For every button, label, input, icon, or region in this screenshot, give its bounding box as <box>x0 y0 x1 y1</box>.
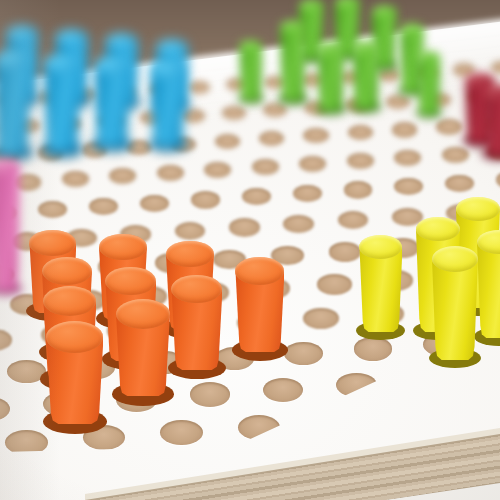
peg-green[interactable] <box>350 41 381 115</box>
peg-top <box>432 246 478 272</box>
peg-top <box>400 23 424 36</box>
peg-blue[interactable] <box>41 54 84 161</box>
peg-red[interactable] <box>482 85 500 163</box>
peg-top <box>6 25 38 43</box>
peg-top <box>43 286 96 316</box>
peg-body <box>417 57 440 114</box>
peg-blue[interactable] <box>91 56 133 155</box>
peg-green[interactable] <box>278 20 308 107</box>
peg-blue[interactable] <box>148 60 189 155</box>
peg-top <box>94 56 130 76</box>
peg-green[interactable] <box>238 40 265 106</box>
peg-top <box>99 234 147 261</box>
peg-body <box>432 259 478 360</box>
peg-top <box>317 42 344 57</box>
peg-body <box>317 50 344 110</box>
peg-body <box>484 93 500 155</box>
peg-yellow[interactable] <box>428 246 481 372</box>
peg-green[interactable] <box>315 42 346 117</box>
peg-top <box>46 321 103 353</box>
peg-orange[interactable] <box>42 321 108 439</box>
peg-top <box>116 299 170 329</box>
peg-body <box>150 70 185 146</box>
peg-top <box>416 217 460 242</box>
peg-body <box>239 46 262 100</box>
peg-orange[interactable] <box>112 299 175 410</box>
peg-top <box>235 257 284 284</box>
peg-top <box>352 41 379 56</box>
peg-top <box>166 241 214 268</box>
peg-body <box>94 66 130 146</box>
peg-body <box>0 60 31 154</box>
pegs-layer <box>0 0 500 500</box>
peg-yellow[interactable] <box>356 235 406 343</box>
peg-blue[interactable] <box>0 50 33 164</box>
chinese-checkers-photo <box>0 0 500 500</box>
peg-pink[interactable] <box>0 159 22 298</box>
peg-body <box>359 247 402 332</box>
peg-body <box>352 49 379 108</box>
peg-top <box>150 60 185 80</box>
peg-orange[interactable] <box>167 275 226 384</box>
peg-top <box>299 0 324 13</box>
peg-green[interactable] <box>416 51 443 120</box>
peg-top <box>42 257 92 285</box>
peg-top <box>372 5 397 19</box>
peg-top <box>156 39 188 57</box>
peg-body <box>43 64 80 151</box>
peg-top <box>280 20 306 35</box>
peg-body <box>0 167 20 290</box>
peg-body <box>280 27 306 100</box>
peg-orange[interactable] <box>232 257 289 364</box>
